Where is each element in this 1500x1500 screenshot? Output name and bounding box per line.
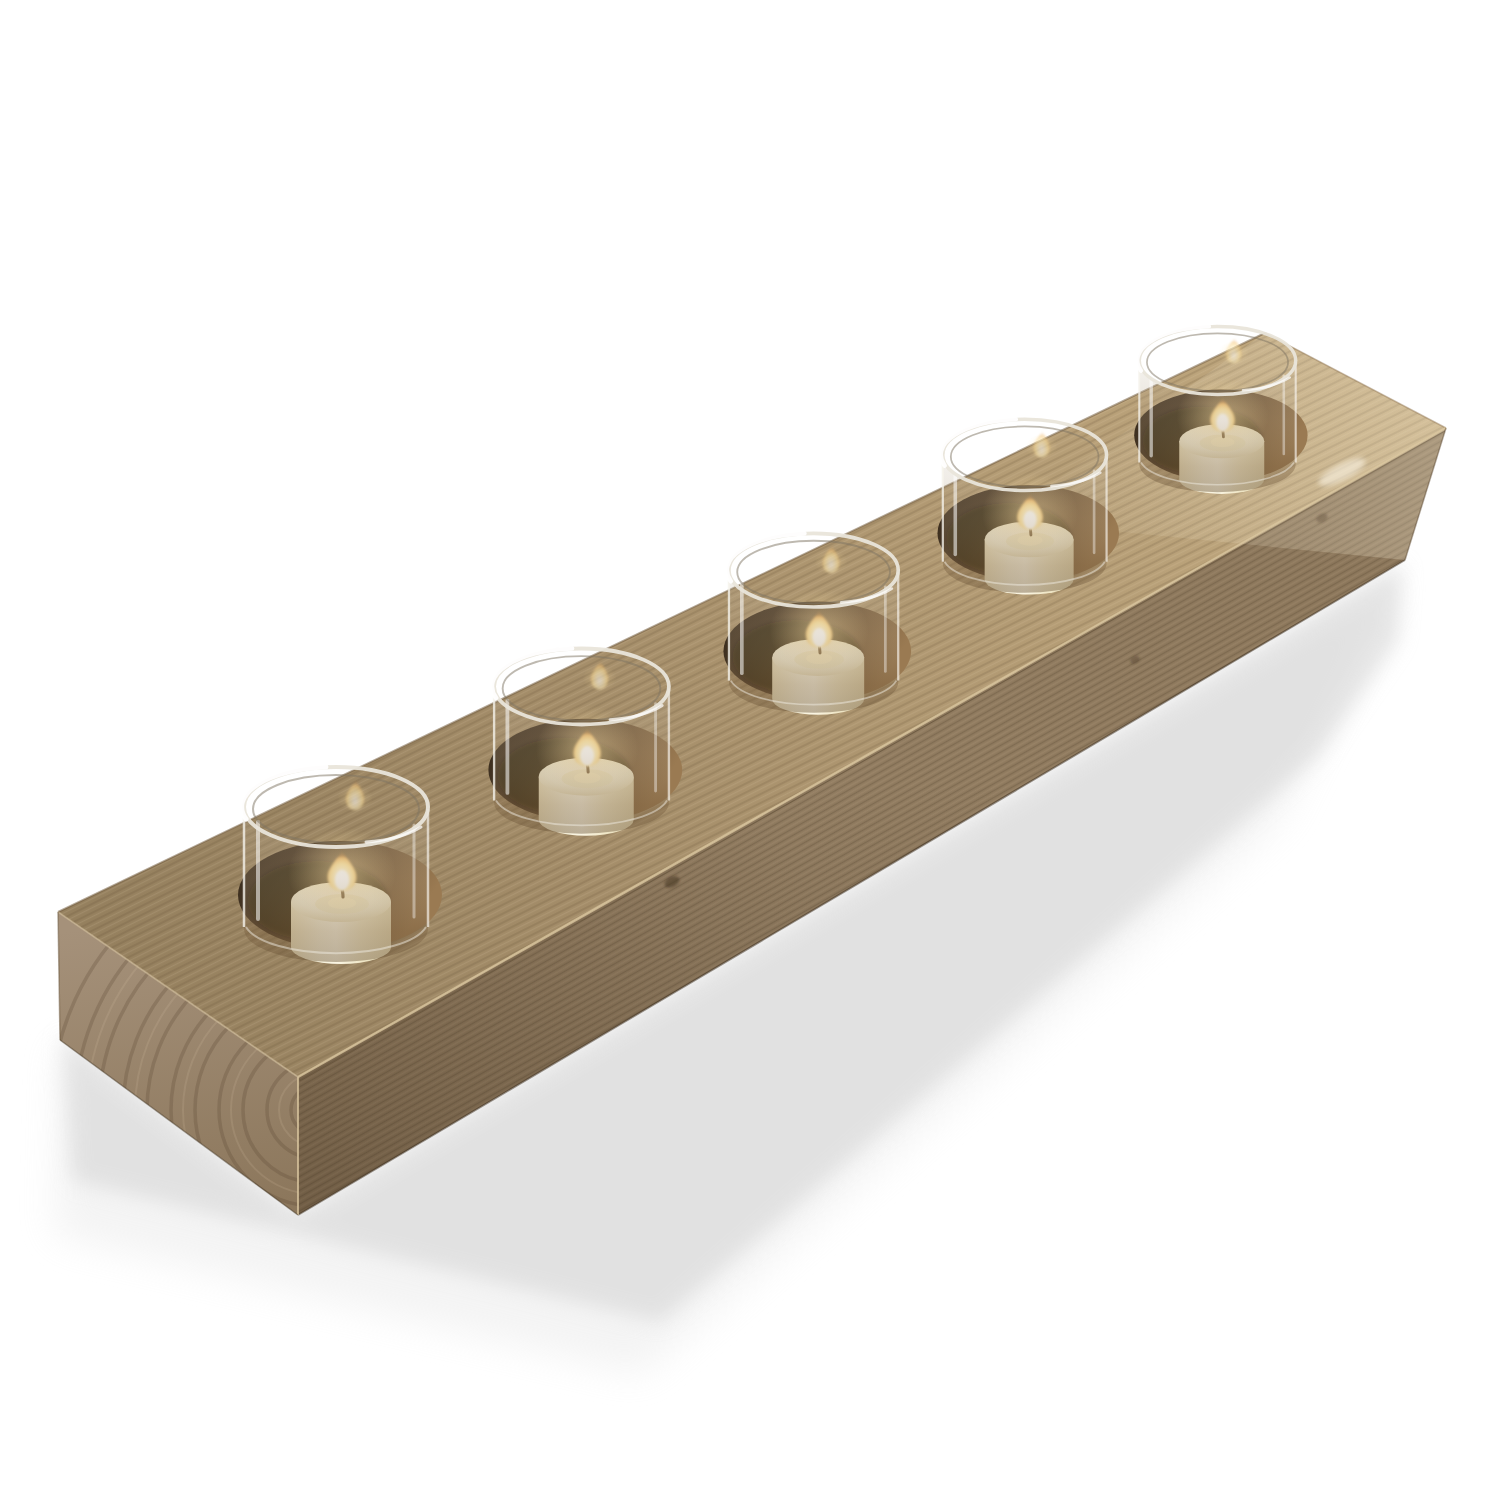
product-photo-scene <box>0 0 1500 1500</box>
votive-candle-5 <box>1107 267 1328 522</box>
votive-candle-3 <box>694 469 933 745</box>
votive-candle-1 <box>206 697 466 997</box>
votive-candle-2 <box>458 582 705 867</box>
